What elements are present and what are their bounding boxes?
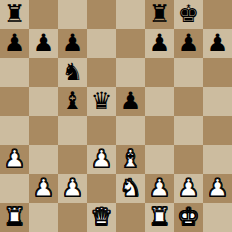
piece-black-queen: ♛ [91,87,113,116]
square-b4[interactable] [29,116,58,145]
square-e3[interactable]: ♝ [116,145,145,174]
square-d7[interactable] [87,29,116,58]
square-h4[interactable] [203,116,232,145]
piece-white-pawn: ♟ [4,145,26,174]
square-d3[interactable]: ♟ [87,145,116,174]
square-g8[interactable]: ♚ [174,0,203,29]
square-c6[interactable]: ♞ [58,58,87,87]
piece-white-pawn: ♟ [33,174,55,203]
piece-black-rook: ♜ [149,0,171,29]
square-e4[interactable] [116,116,145,145]
square-h6[interactable] [203,58,232,87]
square-h3[interactable] [203,145,232,174]
square-b6[interactable] [29,58,58,87]
square-a5[interactable] [0,87,29,116]
square-a1[interactable]: ♜ [0,203,29,232]
square-e2[interactable]: ♞ [116,174,145,203]
piece-white-pawn: ♟ [62,174,84,203]
piece-black-king: ♚ [178,0,200,29]
square-a6[interactable] [0,58,29,87]
square-d6[interactable] [87,58,116,87]
piece-white-knight: ♞ [120,174,142,203]
square-e6[interactable] [116,58,145,87]
square-g4[interactable] [174,116,203,145]
piece-black-pawn: ♟ [33,29,55,58]
square-a2[interactable] [0,174,29,203]
piece-black-pawn: ♟ [4,29,26,58]
square-f5[interactable] [145,87,174,116]
piece-black-rook: ♜ [4,0,26,29]
square-c2[interactable]: ♟ [58,174,87,203]
piece-white-pawn: ♟ [91,145,113,174]
piece-white-pawn: ♟ [178,174,200,203]
square-b8[interactable] [29,0,58,29]
square-g6[interactable] [174,58,203,87]
piece-white-rook: ♜ [149,203,171,232]
square-c8[interactable] [58,0,87,29]
piece-white-pawn: ♟ [149,174,171,203]
square-e5[interactable]: ♟ [116,87,145,116]
square-c4[interactable] [58,116,87,145]
piece-white-bishop: ♝ [120,145,142,174]
piece-black-pawn: ♟ [120,87,142,116]
square-g5[interactable] [174,87,203,116]
square-a7[interactable]: ♟ [0,29,29,58]
square-b5[interactable] [29,87,58,116]
square-h7[interactable]: ♟ [203,29,232,58]
chess-board: ♜♜♚♟♟♟♟♟♟♞♝♛♟♟♟♝♟♟♞♟♟♟♜♛♜♚ [0,0,232,232]
square-e7[interactable] [116,29,145,58]
piece-white-pawn: ♟ [207,174,229,203]
square-e8[interactable] [116,0,145,29]
piece-white-king: ♚ [178,203,200,232]
square-f1[interactable]: ♜ [145,203,174,232]
square-g3[interactable] [174,145,203,174]
square-c1[interactable] [58,203,87,232]
square-h2[interactable]: ♟ [203,174,232,203]
square-d8[interactable] [87,0,116,29]
square-h8[interactable] [203,0,232,29]
square-f6[interactable] [145,58,174,87]
square-a4[interactable] [0,116,29,145]
square-h5[interactable] [203,87,232,116]
square-g2[interactable]: ♟ [174,174,203,203]
square-d4[interactable] [87,116,116,145]
square-b3[interactable] [29,145,58,174]
square-a3[interactable]: ♟ [0,145,29,174]
square-f3[interactable] [145,145,174,174]
piece-black-pawn: ♟ [149,29,171,58]
piece-black-pawn: ♟ [207,29,229,58]
square-c7[interactable]: ♟ [58,29,87,58]
square-h1[interactable] [203,203,232,232]
piece-white-rook: ♜ [4,203,26,232]
square-c3[interactable] [58,145,87,174]
square-c5[interactable]: ♝ [58,87,87,116]
piece-black-pawn: ♟ [62,29,84,58]
square-g1[interactable]: ♚ [174,203,203,232]
piece-black-pawn: ♟ [178,29,200,58]
square-f2[interactable]: ♟ [145,174,174,203]
square-b2[interactable]: ♟ [29,174,58,203]
square-b7[interactable]: ♟ [29,29,58,58]
square-a8[interactable]: ♜ [0,0,29,29]
square-f4[interactable] [145,116,174,145]
square-b1[interactable] [29,203,58,232]
square-f7[interactable]: ♟ [145,29,174,58]
piece-black-knight: ♞ [62,58,84,87]
square-g7[interactable]: ♟ [174,29,203,58]
square-d1[interactable]: ♛ [87,203,116,232]
square-d2[interactable] [87,174,116,203]
square-e1[interactable] [116,203,145,232]
piece-white-queen: ♛ [91,203,113,232]
square-d5[interactable]: ♛ [87,87,116,116]
square-f8[interactable]: ♜ [145,0,174,29]
piece-black-bishop: ♝ [62,87,84,116]
